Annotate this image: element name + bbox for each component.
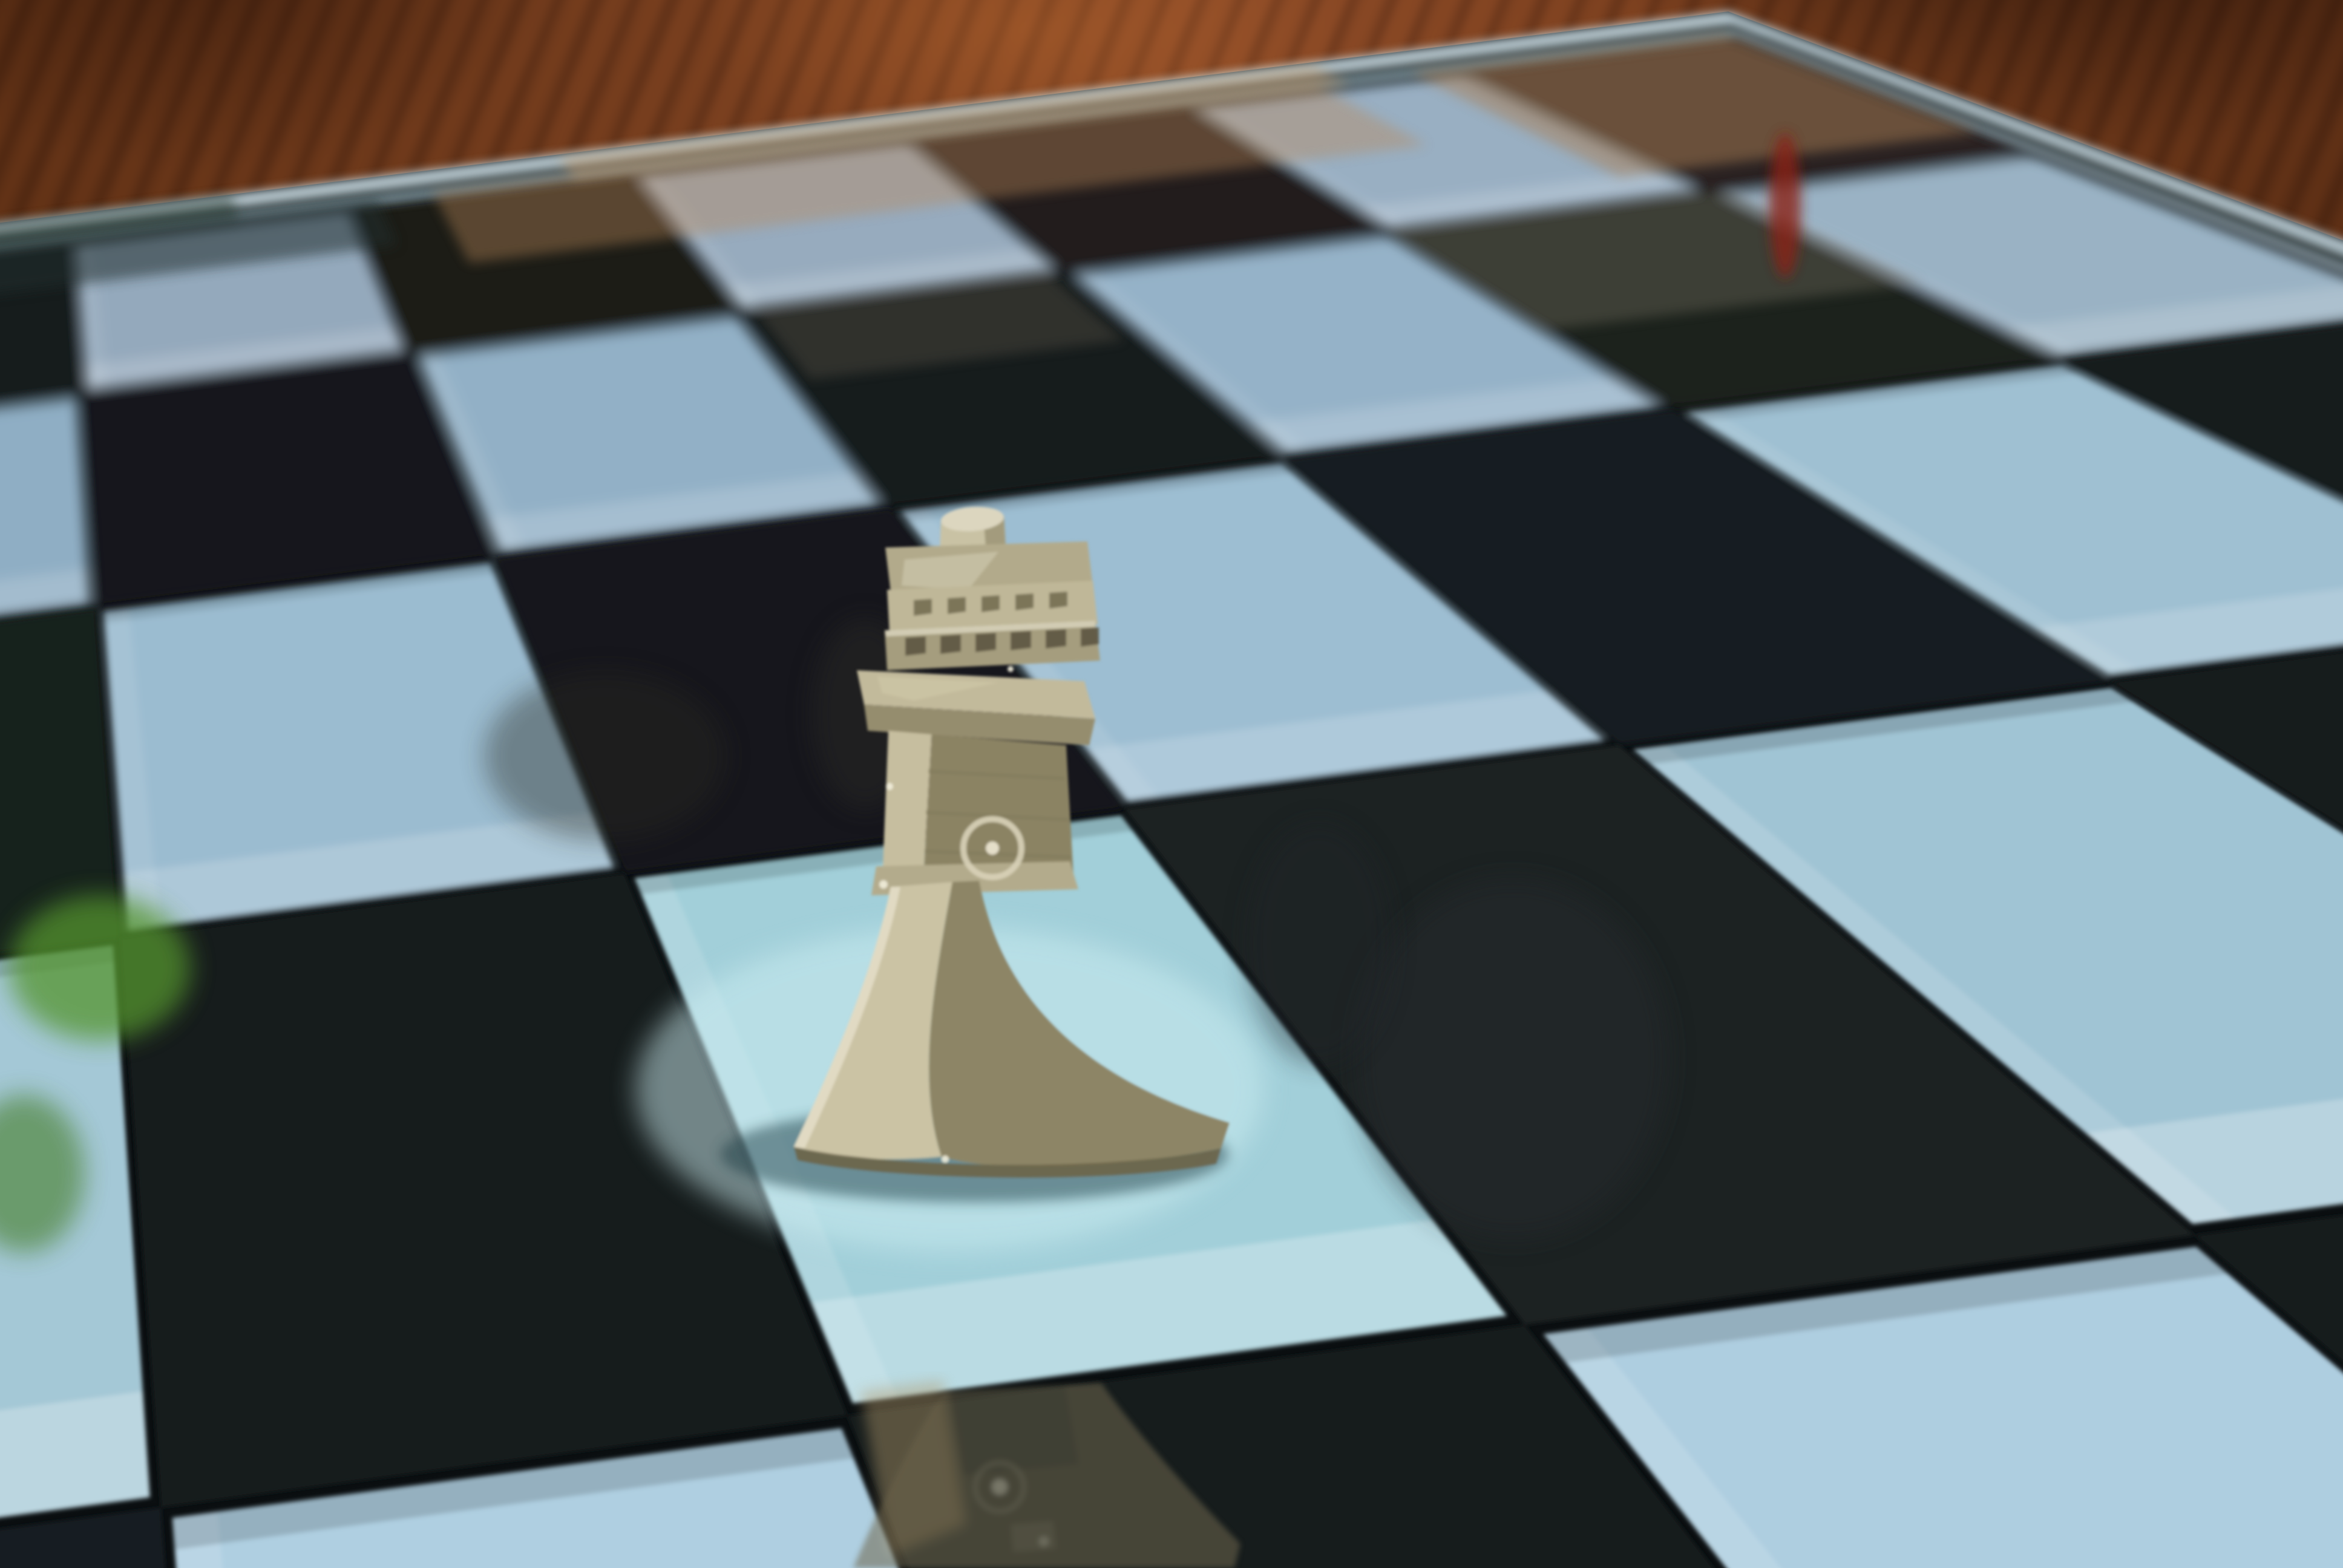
reflected-bit — [1011, 1521, 1057, 1552]
mirror-smudge-back-1 — [484, 671, 726, 841]
photo-of-glass-chessboard — [0, 0, 2343, 1568]
mirror-smudge-right-2 — [1247, 823, 1392, 1065]
track-dash — [914, 599, 932, 616]
glint — [1008, 666, 1014, 672]
track-dash — [948, 597, 966, 614]
column-left-face — [882, 731, 932, 882]
emblem-dot — [986, 841, 999, 855]
track-dash — [1015, 593, 1034, 610]
track-dash — [975, 633, 996, 652]
reflected-bit-dot — [1039, 1537, 1049, 1546]
track-dash — [1081, 627, 1099, 647]
glint — [879, 880, 888, 889]
track-dash — [940, 635, 961, 654]
red-reflection-streak — [1769, 133, 1801, 278]
track-dash — [1046, 629, 1066, 648]
reflected-emblem-dot — [992, 1479, 1008, 1495]
track-dash — [1049, 592, 1067, 609]
chess-board — [0, 0, 2343, 1568]
track-dash — [981, 595, 1000, 612]
track-dash — [905, 636, 926, 656]
track-dash — [1011, 631, 1031, 650]
plant-reflection-1 — [9, 895, 191, 1040]
glint — [886, 783, 893, 790]
reflected-column — [950, 1385, 1078, 1475]
glint — [942, 1155, 949, 1163]
mirror-smudge-right-1 — [1355, 877, 1670, 1240]
